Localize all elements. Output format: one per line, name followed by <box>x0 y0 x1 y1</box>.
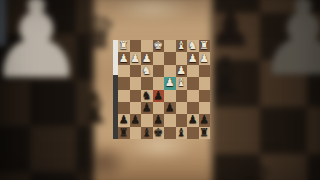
square-a8[interactable]: ♜ <box>199 127 211 139</box>
square-b4[interactable] <box>187 77 199 89</box>
black-pawn-a7[interactable]: ♟ <box>199 114 209 126</box>
square-h4[interactable] <box>118 77 130 89</box>
square-g8[interactable] <box>130 127 142 139</box>
square-g2[interactable]: ♟ <box>130 52 142 64</box>
white-knight-f3[interactable]: ♞ <box>142 65 152 77</box>
square-h1[interactable]: ♜ <box>118 40 130 52</box>
black-pawn-e7[interactable]: ♟ <box>153 114 163 126</box>
square-d6[interactable]: ♟ <box>164 102 176 114</box>
black-pawn-g7[interactable]: ♟ <box>130 114 140 126</box>
white-pawn-h2[interactable]: ♟ <box>119 53 129 65</box>
square-f4[interactable] <box>141 77 153 89</box>
black-pawn-d6[interactable]: ♟ <box>165 102 175 114</box>
video-frame: ♟♛♝♝♟♟♝♛ ♜♚♝♞♜♟♟♟♟♟♞♟♟♝♞♟♟♟♟♟♟♟♟♜♝♚♝♜ <box>0 0 320 180</box>
square-c5[interactable] <box>176 90 188 102</box>
background-black-bishop-bottom-left: ♝ <box>64 160 105 180</box>
black-pawn-e5[interactable]: ♟ <box>153 90 163 102</box>
square-h7[interactable]: ♟ <box>118 114 130 126</box>
square-d2[interactable] <box>164 52 176 64</box>
square-a4[interactable] <box>199 77 211 89</box>
square-c2[interactable] <box>176 52 188 64</box>
square-b3[interactable] <box>187 65 199 77</box>
square-a5[interactable] <box>199 90 211 102</box>
square-e4[interactable] <box>153 77 165 89</box>
background-giant-gray-pawn-top-right: ♟ <box>256 0 320 91</box>
square-e1[interactable]: ♚ <box>153 40 165 52</box>
black-rook-a8[interactable]: ♜ <box>199 127 209 139</box>
white-knight-b1[interactable]: ♞ <box>188 40 198 52</box>
black-bishop-c8[interactable]: ♝ <box>176 127 186 139</box>
background-giant-light-pawn-top-left: ♟ <box>0 0 86 94</box>
square-h2[interactable]: ♟ <box>118 52 130 64</box>
background-black-piece-bottom-right: ♛ <box>234 158 273 180</box>
square-f6[interactable]: ♟ <box>141 102 153 114</box>
square-d1[interactable] <box>164 40 176 52</box>
background-black-bishop-left-middle: ♝ <box>76 88 114 130</box>
square-f1[interactable] <box>141 40 153 52</box>
square-g1[interactable] <box>130 40 142 52</box>
square-g4[interactable] <box>130 77 142 89</box>
square-h3[interactable] <box>118 65 130 77</box>
white-king-e1[interactable]: ♚ <box>153 40 163 52</box>
square-b2[interactable]: ♟ <box>187 52 199 64</box>
square-b7[interactable]: ♟ <box>187 114 199 126</box>
square-g5[interactable] <box>130 90 142 102</box>
square-c6[interactable] <box>176 102 188 114</box>
square-c7[interactable] <box>176 114 188 126</box>
square-g7[interactable]: ♟ <box>130 114 142 126</box>
square-e5[interactable]: ♟ <box>153 90 165 102</box>
square-g3[interactable] <box>130 65 142 77</box>
square-d7[interactable] <box>164 114 176 126</box>
square-d4[interactable]: ♟ <box>164 77 176 89</box>
square-b5[interactable] <box>187 90 199 102</box>
black-pawn-h7[interactable]: ♟ <box>119 114 129 126</box>
square-b8[interactable] <box>187 127 199 139</box>
white-pawn-f2[interactable]: ♟ <box>142 53 152 65</box>
square-c1[interactable]: ♝ <box>176 40 188 52</box>
square-h8[interactable]: ♜ <box>118 127 130 139</box>
white-pawn-g2[interactable]: ♟ <box>130 53 140 65</box>
square-f3[interactable]: ♞ <box>141 65 153 77</box>
square-f7[interactable] <box>141 114 153 126</box>
chess-board[interactable]: ♜♚♝♞♜♟♟♟♟♟♞♟♟♝♞♟♟♟♟♟♟♟♟♜♝♚♝♜ <box>118 40 210 139</box>
square-a3[interactable] <box>199 65 211 77</box>
white-bishop-c1[interactable]: ♝ <box>176 40 186 52</box>
square-h5[interactable] <box>118 90 130 102</box>
square-a2[interactable]: ♟ <box>199 52 211 64</box>
square-c4[interactable]: ♝ <box>176 77 188 89</box>
square-a1[interactable]: ♜ <box>199 40 211 52</box>
square-f2[interactable]: ♟ <box>141 52 153 64</box>
square-a7[interactable]: ♟ <box>199 114 211 126</box>
square-e2[interactable] <box>153 52 165 64</box>
black-pawn-f6[interactable]: ♟ <box>142 102 152 114</box>
white-pawn-a2[interactable]: ♟ <box>199 53 209 65</box>
square-d8[interactable] <box>164 127 176 139</box>
white-rook-h1[interactable]: ♜ <box>119 40 129 52</box>
white-rook-a1[interactable]: ♜ <box>199 40 209 52</box>
background-black-queen-left: ♛ <box>76 10 117 56</box>
black-pawn-b7[interactable]: ♟ <box>188 114 198 126</box>
white-bishop-c4[interactable]: ♝ <box>176 77 186 89</box>
black-knight-f5[interactable]: ♞ <box>142 90 152 102</box>
square-e3[interactable] <box>153 65 165 77</box>
black-rook-h8[interactable]: ♜ <box>119 127 129 139</box>
black-king-e8[interactable]: ♚ <box>153 127 163 139</box>
square-e8[interactable]: ♚ <box>153 127 165 139</box>
square-f8[interactable]: ♝ <box>141 127 153 139</box>
square-e7[interactable]: ♟ <box>153 114 165 126</box>
white-pawn-d4[interactable]: ♟ <box>165 77 175 89</box>
white-pawn-b2[interactable]: ♟ <box>188 53 198 65</box>
black-bishop-f8[interactable]: ♝ <box>142 127 152 139</box>
square-c8[interactable]: ♝ <box>176 127 188 139</box>
square-b1[interactable]: ♞ <box>187 40 199 52</box>
